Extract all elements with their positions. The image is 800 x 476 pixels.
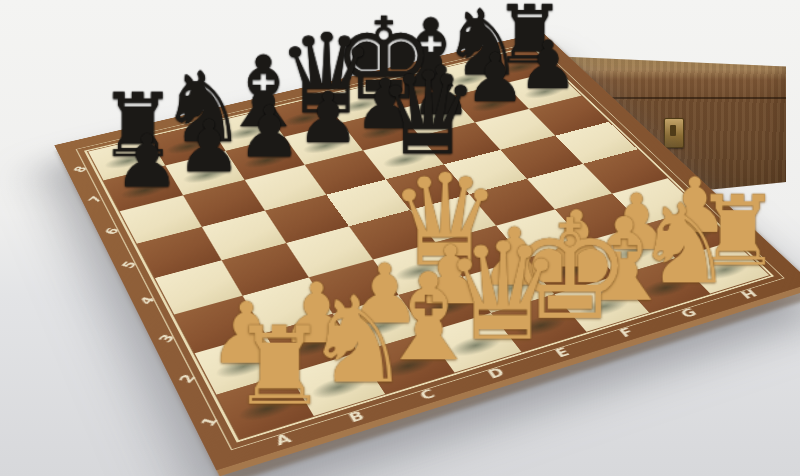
square-g5[interactable] (500, 136, 583, 179)
chessboard: ♜♞♝♛♚♝♞♜♟♟♟♟♟♟♟♟♛♛♟♟♟♟♟♟♟♟♜♞♝♛♚♝♞♜ ABCDE… (55, 32, 800, 470)
black-pawn-piece[interactable]: ♟ (177, 117, 240, 178)
board-scene: ♜♞♝♛♚♝♞♜♟♟♟♟♟♟♟♟♛♛♟♟♟♟♟♟♟♟♜♞♝♛♚♝♞♜ ABCDE… (0, 0, 800, 476)
photo-backdrop: ♜♞♝♛♚♝♞♜♟♟♟♟♟♟♟♟♛♛♟♟♟♟♟♟♟♟♜♞♝♛♚♝♞♜ ABCDE… (0, 0, 800, 476)
black-pawn-piece[interactable]: ♟ (297, 89, 358, 149)
file-label-b: B (317, 399, 397, 434)
file-label-a: A (243, 422, 325, 458)
black-pawn-piece[interactable]: ♟ (114, 131, 178, 193)
square-g6[interactable] (475, 109, 555, 150)
black-pawn-piece[interactable]: ♟ (238, 103, 300, 164)
square-a6[interactable] (120, 195, 202, 243)
white-rook-piece[interactable]: ♜ (231, 322, 308, 414)
rank-label-4: 4 (112, 286, 184, 315)
square-a5[interactable] (137, 227, 222, 278)
black-pawn-piece[interactable]: ♟ (518, 37, 576, 94)
